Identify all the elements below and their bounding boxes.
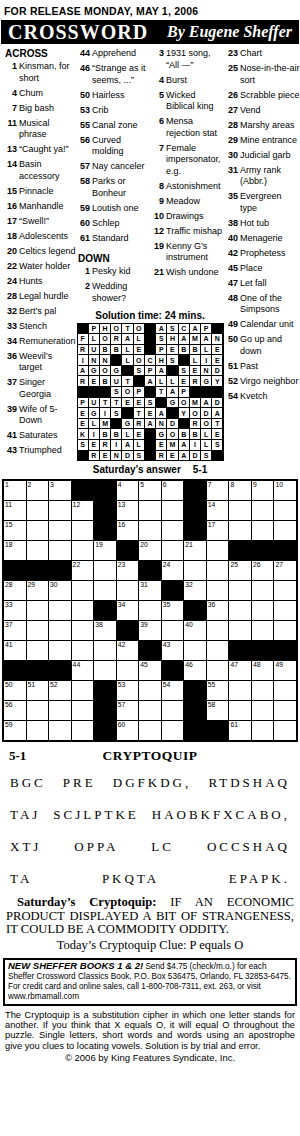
- grid-cell-r13c7[interactable]: [139, 721, 161, 740]
- grid-cell-r12c4[interactable]: [72, 701, 94, 720]
- answer-letter-r9c10: Y: [179, 408, 189, 418]
- answer-black-square-r10c10: [179, 419, 189, 429]
- grid-cell-r2c4[interactable]: 12: [72, 501, 94, 520]
- grid-cell-r10c6[interactable]: [117, 661, 139, 680]
- grid-cell-r13c11[interactable]: 61: [229, 721, 251, 740]
- clue-number: 1: [3, 61, 19, 84]
- grid-cell-r12c12[interactable]: [252, 701, 274, 720]
- grid-cell-r13c13[interactable]: [274, 721, 296, 740]
- grid-cell-r13c6[interactable]: 60: [117, 721, 139, 740]
- grid-cell-r3c10[interactable]: 17: [207, 521, 229, 540]
- grid-cell-r10c5[interactable]: [94, 661, 116, 680]
- answer-date-code: 5-1: [193, 464, 207, 475]
- cell-number: 22: [73, 561, 81, 569]
- grid-cell-r6c12[interactable]: [252, 581, 274, 600]
- black-square-r12c9: [184, 701, 206, 720]
- cipher-word: TAJ: [10, 807, 40, 823]
- grid-cell-r1c1[interactable]: 1: [4, 481, 26, 500]
- grid-cell-r1c6[interactable]: 4: [117, 481, 139, 500]
- grid-cell-r11c8[interactable]: 54: [162, 681, 184, 700]
- grid-cell-r6c9[interactable]: 32: [184, 581, 206, 600]
- black-square-r4c11: [229, 541, 251, 560]
- clue-text: Pinnacle: [19, 186, 76, 198]
- grid-cell-r9c3[interactable]: [49, 641, 71, 660]
- clue-text: Canal zone: [92, 120, 150, 132]
- grid-cell-r1c12[interactable]: 9: [252, 481, 274, 500]
- clue-number: 60: [76, 218, 92, 230]
- grid-cell-r13c4[interactable]: [72, 721, 94, 740]
- answer-letter-r8c13: D: [212, 398, 222, 408]
- grid-cell-r3c7[interactable]: [139, 521, 161, 540]
- grid-cell-r7c3[interactable]: [49, 601, 71, 620]
- grid-cell-r7c4[interactable]: [72, 601, 94, 620]
- grid-cell-r11c1[interactable]: 50: [4, 681, 26, 700]
- cell-number: 2: [28, 481, 32, 489]
- grid-cell-r11c3[interactable]: 52: [49, 681, 71, 700]
- clue-text: Triumphed: [19, 445, 76, 457]
- answer-black-square-r2c7: [145, 334, 155, 344]
- answer-black-square-r7c13: [212, 387, 222, 397]
- grid-cell-r8c9[interactable]: 40: [184, 621, 206, 640]
- grid-cell-r4c2[interactable]: [27, 541, 49, 560]
- answer-letter-r1c10: C: [179, 324, 189, 334]
- black-square-r5c7: [139, 561, 161, 580]
- answer-letter-r2c12: A: [201, 334, 211, 344]
- clue-number: 44: [76, 48, 92, 60]
- clue-across-32: 32Bert’s pal: [3, 306, 76, 318]
- black-square-r9c13: [274, 641, 296, 660]
- grid-cell-r3c13[interactable]: [274, 521, 296, 540]
- clue-number: 28: [3, 291, 19, 303]
- grid-cell-r1c11[interactable]: 8: [229, 481, 251, 500]
- answer-black-square-r1c13: [212, 324, 222, 334]
- grid-cell-r10c9[interactable]: 46: [184, 661, 206, 680]
- grid-cell-r6c7[interactable]: 31: [139, 581, 161, 600]
- clue-text: Traffic mishap: [166, 226, 224, 238]
- clue-down-29: 29Mine entrance: [224, 135, 300, 147]
- grid-cell-r7c11[interactable]: [229, 601, 251, 620]
- grid-cell-r9c8[interactable]: 43: [162, 641, 184, 660]
- grid-cell-r8c10[interactable]: [207, 621, 229, 640]
- grid-cell-r8c1[interactable]: 37: [4, 621, 26, 640]
- clue-text: Marshy areas: [240, 120, 300, 132]
- grid-cell-r10c13[interactable]: 49: [274, 661, 296, 680]
- clue-text: Apprehend: [92, 48, 150, 60]
- clue-down-40: 40Menagerie: [224, 233, 300, 245]
- clue-across-4: 4Chum: [3, 88, 76, 100]
- cell-number: 11: [5, 501, 12, 509]
- clue-text: Big bash: [19, 103, 76, 115]
- answer-letter-r10c6: R: [134, 419, 144, 429]
- grid-cell-r13c3[interactable]: [49, 721, 71, 740]
- cell-number: 32: [185, 581, 193, 589]
- grid-cell-r2c12[interactable]: [252, 501, 274, 520]
- clue-across-44: 44Apprehend: [76, 48, 150, 60]
- answer-letter-r13c11: D: [190, 451, 200, 461]
- grid-cell-r9c9[interactable]: [184, 641, 206, 660]
- grid-cell-r11c11[interactable]: [229, 681, 251, 700]
- black-square-r10c2: [27, 661, 49, 680]
- cell-number: 41: [5, 641, 13, 649]
- answer-letter-r6c11: R: [190, 376, 200, 386]
- grid-cell-r6c3[interactable]: 30: [49, 581, 71, 600]
- answer-letter-r4c8: H: [156, 355, 166, 365]
- answer-letter-r6c13: Y: [212, 376, 222, 386]
- clue-across-16: 16Manhandle: [3, 201, 76, 213]
- grid-cell-r4c7[interactable]: 20: [139, 541, 161, 560]
- clues-middle-section: 44Apprehend46“Strange as it seems, ...”5…: [76, 48, 224, 475]
- answer-letter-r13c4: N: [111, 451, 121, 461]
- cell-number: 58: [208, 701, 216, 709]
- release-line: FOR RELEASE MONDAY, MAY 1, 2006: [4, 5, 296, 17]
- answer-black-square-r4c4: [111, 355, 121, 365]
- answer-letter-r11c5: L: [122, 429, 132, 439]
- grid-cell-r2c8[interactable]: [162, 501, 184, 520]
- clue-text: Wife of 5-Down: [19, 404, 76, 427]
- grid-cell-r3c1[interactable]: 15: [4, 521, 26, 540]
- answer-letter-r12c9: M: [167, 440, 177, 450]
- grid-cell-r6c6[interactable]: [117, 581, 139, 600]
- cipher-word: OCCSHAQ: [207, 839, 290, 855]
- grid-cell-r8c8[interactable]: [162, 621, 184, 640]
- clue-text: Past: [240, 361, 300, 373]
- grid-cell-r12c7[interactable]: [139, 701, 161, 720]
- cell-number: 44: [73, 661, 81, 669]
- clue-down-26: 26Scrabble piece: [224, 90, 300, 102]
- answer-letter-r1c5: T: [122, 324, 132, 334]
- cell-number: 23: [118, 561, 126, 569]
- grid-cell-r5c5[interactable]: [94, 561, 116, 580]
- grid-cell-r7c1[interactable]: 33: [4, 601, 26, 620]
- answer-letter-r12c3: R: [100, 440, 110, 450]
- grid-cell-r7c10[interactable]: 36: [207, 601, 229, 620]
- black-square-r9c7: [139, 641, 161, 660]
- grid-cell-r2c2[interactable]: [27, 501, 49, 520]
- grid-cell-r3c3[interactable]: [49, 521, 71, 540]
- cell-number: 24: [163, 561, 171, 569]
- grid-cell-r13c8[interactable]: [162, 721, 184, 740]
- clue-number: 30: [224, 150, 240, 162]
- clue-text: “Swell!”: [19, 216, 76, 228]
- grid-cell-r12c11[interactable]: [229, 701, 251, 720]
- answer-letter-r4c12: I: [201, 355, 211, 365]
- grid-cell-r1c10[interactable]: 7: [207, 481, 229, 500]
- answer-letter-r8c7: S: [145, 398, 155, 408]
- grid-cell-r11c12[interactable]: [252, 681, 274, 700]
- answer-letter-r2c4: R: [111, 334, 121, 344]
- answer-letter-r6c10: E: [179, 376, 189, 386]
- grid-cell-r4c9[interactable]: 21: [184, 541, 206, 560]
- grid-cell-r9c5[interactable]: [94, 641, 116, 660]
- answer-letter-r7c10: P: [179, 387, 189, 397]
- grid-cell-r12c1[interactable]: 56: [4, 701, 26, 720]
- clue-number: 4: [150, 75, 166, 87]
- grid-cell-r11c10[interactable]: 55: [207, 681, 229, 700]
- clue-across-41: 41Saturates: [3, 430, 76, 442]
- black-square-r11c9: [184, 681, 206, 700]
- grid-cell-r7c6[interactable]: 34: [117, 601, 139, 620]
- grid-cell-r3c6[interactable]: 16: [117, 521, 139, 540]
- clue-text: Calendar unit: [240, 319, 300, 331]
- grid-cell-r2c7[interactable]: [139, 501, 161, 520]
- answer-letter-r3c11: B: [190, 345, 200, 355]
- grid-cell-r6c13[interactable]: [274, 581, 296, 600]
- clue-across-53: 53Crib: [76, 105, 150, 117]
- answer-letter-r4c13: E: [212, 355, 222, 365]
- answer-letter-r7c5: O: [122, 387, 132, 397]
- clue-across-60: 60Schlep: [76, 218, 150, 230]
- grid-cell-r11c4[interactable]: [72, 681, 94, 700]
- cell-number: 45: [140, 661, 148, 669]
- clue-text: Prophetess: [240, 248, 300, 260]
- grid-cell-r11c13[interactable]: [274, 681, 296, 700]
- clue-text: Curved molding: [92, 135, 150, 158]
- grid-cell-r5c6[interactable]: 23: [117, 561, 139, 580]
- clue-across-33: 33Stench: [3, 321, 76, 333]
- grid-cell-r6c5[interactable]: [94, 581, 116, 600]
- clue-across-37: 37Singer Georgia: [3, 377, 76, 400]
- clue-columns-2-3: 44Apprehend46“Strange as it seems, ...”5…: [76, 48, 224, 308]
- grid-cell-r9c6[interactable]: 42: [117, 641, 139, 660]
- cell-number: 17: [208, 521, 216, 529]
- grid-cell-r8c12[interactable]: [252, 621, 274, 640]
- clue-text: Stench: [19, 321, 76, 333]
- clue-text: Burst: [166, 75, 224, 87]
- answer-black-square-r7c7: [145, 387, 155, 397]
- grid-cell-r8c2[interactable]: [27, 621, 49, 640]
- clue-text: Scrabble piece: [240, 90, 300, 102]
- cell-number: 3: [50, 481, 54, 489]
- answer-letter-r9c12: D: [201, 408, 211, 418]
- clue-across-24: 24Hunts: [3, 276, 76, 288]
- clue-number: 46: [76, 63, 92, 86]
- clue-down-30: 30Judicial garb: [224, 150, 300, 162]
- answer-letter-r6c2: E: [89, 376, 99, 386]
- grid-cell-r9c4[interactable]: [72, 641, 94, 660]
- clue-text: Mine entrance: [240, 135, 300, 147]
- grid-cell-r5c11[interactable]: 25: [229, 561, 251, 580]
- answer-letter-r1c12: P: [201, 324, 211, 334]
- title-banner: CROSSWORD By Eugene Sheffer: [1, 20, 299, 44]
- grid-cell-r1c2[interactable]: 2: [27, 481, 49, 500]
- answer-black-square-r5c9: [167, 366, 177, 376]
- black-square-r13c5: [94, 721, 116, 740]
- answer-letter-r5c2: G: [89, 366, 99, 376]
- clue-number: 56: [76, 135, 92, 158]
- grid-cell-r10c11[interactable]: 47: [229, 661, 251, 680]
- grid-cell-r8c5[interactable]: 38: [94, 621, 116, 640]
- cipher-word: DGFKDG,: [113, 775, 191, 791]
- grid-cell-r3c12[interactable]: [252, 521, 274, 540]
- grid-cell-r8c4[interactable]: [72, 621, 94, 640]
- saturdays-cryptoquip-label: Saturday’s Cryptoquip:: [17, 895, 156, 909]
- grid-cell-r13c2[interactable]: [27, 721, 49, 740]
- cipher-line-2: TAJSCJLPTKEHAOBKFXCABO,: [10, 807, 290, 823]
- grid-cell-r12c3[interactable]: [49, 701, 71, 720]
- black-square-r7c9: [184, 601, 206, 620]
- clue-across-18: 18Adolescents: [3, 231, 76, 243]
- clue-number: 26: [224, 90, 240, 102]
- clue-across-1: 1Kinsman, for short: [3, 61, 76, 84]
- grid-cell-r4c5[interactable]: 19: [94, 541, 116, 560]
- clue-number: 10: [150, 211, 166, 223]
- grid-cell-r7c7[interactable]: [139, 601, 161, 620]
- clue-across-15: 15Pinnacle: [3, 186, 76, 198]
- grid-cell-r3c4[interactable]: [72, 521, 94, 540]
- cell-number: 19: [95, 541, 103, 549]
- clue-number: 18: [3, 231, 19, 243]
- grid-cell-r12c10[interactable]: 58: [207, 701, 229, 720]
- grid-cell-r12c8[interactable]: [162, 701, 184, 720]
- grid-cell-r5c12[interactable]: 26: [252, 561, 274, 580]
- cell-number: 6: [163, 481, 167, 489]
- grid-cell-r2c1[interactable]: 11: [4, 501, 26, 520]
- grid-cell-r5c13[interactable]: 27: [274, 561, 296, 580]
- answer-letter-r9c13: A: [212, 408, 222, 418]
- answer-letter-r5c3: O: [100, 366, 110, 376]
- clue-text: Menagerie: [240, 233, 300, 245]
- grid-cell-r4c8[interactable]: [162, 541, 184, 560]
- clue-down-19: 19Kenny G’s instrument: [150, 241, 224, 264]
- black-square-r5c2: [27, 561, 49, 580]
- clue-text: Hunts: [19, 276, 76, 288]
- grid-cell-r10c12[interactable]: 48: [252, 661, 274, 680]
- grid-cell-r13c1[interactable]: 59: [4, 721, 26, 740]
- black-square-r11c5: [94, 681, 116, 700]
- answer-letter-r4c11: L: [190, 355, 200, 365]
- cipher-line-3: XTJOPPALCOCCSHAQ: [10, 839, 290, 855]
- clue-number: 34: [3, 336, 19, 348]
- grid-cell-r2c6[interactable]: 13: [117, 501, 139, 520]
- clue-number: 36: [3, 351, 19, 374]
- grid-cell-r12c2[interactable]: [27, 701, 49, 720]
- grid-cell-r2c10[interactable]: 14: [207, 501, 229, 520]
- answer-black-square-r7c12: [201, 387, 211, 397]
- grid-cell-r4c1[interactable]: 18: [4, 541, 26, 560]
- grid-cell-r1c13[interactable]: 10: [274, 481, 296, 500]
- grid-cell-r10c10[interactable]: [207, 661, 229, 680]
- answer-letter-r12c6: L: [134, 440, 144, 450]
- grid-cell-r11c7[interactable]: [139, 681, 161, 700]
- grid-cell-r6c11[interactable]: [229, 581, 251, 600]
- grid-cell-r3c8[interactable]: [162, 521, 184, 540]
- clue-text: Singer Georgia: [19, 377, 76, 400]
- black-square-r1c5: [94, 481, 116, 500]
- grid-cell-r4c3[interactable]: [49, 541, 71, 560]
- grid-cell-r5c8[interactable]: 24: [162, 561, 184, 580]
- grid-cell-r10c7[interactable]: 45: [139, 661, 161, 680]
- saturdays-answer-box: Solution time: 24 mins. PHOTOASCAPFLORAL…: [76, 310, 224, 476]
- clue-column-4: 23Chart25Nose-in-the-air sort26Scrabble …: [224, 48, 300, 475]
- answer-letter-r4c6: O: [134, 355, 144, 365]
- cell-number: 48: [253, 661, 261, 669]
- clue-number: 5: [150, 90, 166, 113]
- answer-letter-r3c8: P: [156, 345, 166, 355]
- clue-number: 50: [224, 334, 240, 357]
- clue-text: Crib: [92, 105, 150, 117]
- grid-cell-r4c4[interactable]: [72, 541, 94, 560]
- grid-cell-r8c11[interactable]: [229, 621, 251, 640]
- grid-cell-r9c10[interactable]: [207, 641, 229, 660]
- cryptoquip-header: 5-1 CRYPTOQUIP: [0, 748, 300, 763]
- grid-cell-r10c4[interactable]: 44: [72, 661, 94, 680]
- grid-cell-r8c3[interactable]: [49, 621, 71, 640]
- grid-cell-r6c10[interactable]: [207, 581, 229, 600]
- grid-cell-r3c2[interactable]: [27, 521, 49, 540]
- clue-across-56: 56Curved molding: [76, 135, 150, 158]
- grid-cell-r12c6[interactable]: 57: [117, 701, 139, 720]
- grid-cell-r5c10[interactable]: [207, 561, 229, 580]
- grid-cell-r12c13[interactable]: [274, 701, 296, 720]
- grid-cell-r7c8[interactable]: 35: [162, 601, 184, 620]
- clue-down-31: 31Army rank (Abbr.): [224, 165, 300, 188]
- grid-cell-r7c13[interactable]: [274, 601, 296, 620]
- grid-cell-r13c12[interactable]: [252, 721, 274, 740]
- grid-cell-r11c6[interactable]: 53: [117, 681, 139, 700]
- grid-cell-r6c2[interactable]: 29: [27, 581, 49, 600]
- clue-down-38: 38Hot tub: [224, 218, 300, 230]
- grid-cell-r6c1[interactable]: 28: [4, 581, 26, 600]
- clue-number: 7: [150, 143, 166, 178]
- clue-number: 55: [76, 120, 92, 132]
- grid-cell-r7c2[interactable]: [27, 601, 49, 620]
- cell-number: 25: [230, 561, 238, 569]
- answer-black-square-r1c7: [145, 324, 155, 334]
- grid-cell-r8c7[interactable]: 39: [139, 621, 161, 640]
- grid-cell-r5c9[interactable]: [184, 561, 206, 580]
- grid-cell-r5c4[interactable]: 22: [72, 561, 94, 580]
- answer-letter-r10c9: D: [167, 419, 177, 429]
- answer-black-square-r7c3: [100, 387, 110, 397]
- grid-cell-r7c12[interactable]: [252, 601, 274, 620]
- cell-number: 52: [50, 681, 58, 689]
- clue-column-1: ACROSS1Kinsman, for short4Chum7Big bash1…: [3, 48, 76, 475]
- clue-number: 13: [3, 144, 19, 156]
- grid-cell-r8c13[interactable]: [274, 621, 296, 640]
- grid-cell-r1c7[interactable]: 5: [139, 481, 161, 500]
- answer-letter-r7c8: T: [156, 387, 166, 397]
- grid-cell-r11c2[interactable]: 51: [27, 681, 49, 700]
- clue-number: 42: [224, 248, 240, 260]
- clue-text: Legal hurdle: [19, 291, 76, 303]
- cell-number: 39: [140, 621, 148, 629]
- clue-number: 45: [224, 263, 240, 275]
- clue-text: One of the Simpsons: [240, 293, 300, 316]
- cell-number: 53: [118, 681, 126, 689]
- saturdays-answer-grid: PHOTOASCAPFLORALSHAMANRUBBLEPEBBLEINNLOC…: [77, 323, 224, 462]
- grid-cell-r2c3[interactable]: [49, 501, 71, 520]
- grid-cell-r4c10[interactable]: [207, 541, 229, 560]
- grid-cell-r9c2[interactable]: [27, 641, 49, 660]
- grid-cell-r6c4[interactable]: [72, 581, 94, 600]
- clue-number: 61: [76, 233, 92, 245]
- answer-letter-r1c4: O: [111, 324, 121, 334]
- grid-cell-r2c13[interactable]: [274, 501, 296, 520]
- grid-cell-r1c3[interactable]: 3: [49, 481, 71, 500]
- clue-down-25: 25Nose-in-the-air sort: [224, 63, 300, 86]
- answer-letter-r11c11: B: [190, 429, 200, 439]
- clue-down-45: 45Place: [224, 263, 300, 275]
- black-square-r13c10: [207, 721, 229, 740]
- clue-across-20: 20Celtics legend: [3, 246, 76, 258]
- grid-cell-r1c8[interactable]: 6: [162, 481, 184, 500]
- grid-cell-r2c11[interactable]: [229, 501, 251, 520]
- clue-number: 6: [150, 116, 166, 139]
- grid-cell-r9c1[interactable]: 41: [4, 641, 26, 660]
- grid-cell-r3c11[interactable]: [229, 521, 251, 540]
- cipher-word: EPAPK.: [229, 871, 290, 887]
- cipher-word: PRE: [63, 775, 96, 791]
